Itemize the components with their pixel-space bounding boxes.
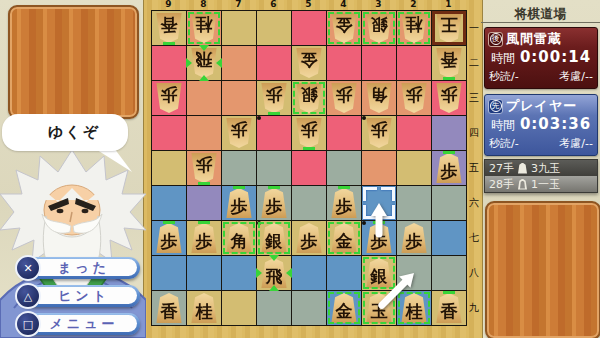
speech-bubble: ゆくぞ bbox=[2, 114, 128, 151]
shogi-piece-歩-sente[interactable]: 歩 bbox=[330, 188, 358, 218]
board-cell-3-1[interactable]: 銀 bbox=[362, 11, 396, 45]
board-cell-1-9[interactable]: 香 bbox=[432, 291, 466, 325]
sente-capture-tray bbox=[485, 201, 600, 338]
board-cell-3-2[interactable] bbox=[362, 46, 396, 80]
board-cell-1-6[interactable] bbox=[432, 186, 466, 220]
board-cell-6-5[interactable] bbox=[257, 151, 291, 185]
board-cell-6-4[interactable] bbox=[257, 116, 291, 150]
board-cell-6-9[interactable] bbox=[257, 291, 291, 325]
shogi-piece-歩-gote[interactable]: 歩 bbox=[330, 83, 358, 113]
shogi-piece-歩-sente[interactable]: 歩 bbox=[225, 188, 253, 218]
rank-labels: 一二三四五六七八九 bbox=[466, 10, 482, 326]
influence-marker bbox=[373, 221, 385, 224]
shogi-piece-飛-sente[interactable]: 飛 bbox=[260, 258, 288, 288]
board-cell-9-2[interactable] bbox=[152, 46, 186, 80]
shogi-piece-角-sente[interactable]: 角 bbox=[225, 223, 253, 253]
board-cell-8-6[interactable] bbox=[187, 186, 221, 220]
board-cell-9-4[interactable] bbox=[152, 116, 186, 150]
move-number: 28手 bbox=[489, 177, 514, 192]
board-cell-6-6[interactable]: 歩 bbox=[257, 186, 291, 220]
shogi-piece-歩-gote[interactable]: 歩 bbox=[155, 83, 183, 113]
shogi-piece-玉-sente[interactable]: 玉 bbox=[365, 293, 393, 323]
gote-player-panel: 後 風間雷蔵 時間 0:00:14 秒読/- 考慮/-- bbox=[484, 27, 598, 89]
sente-player-panel: 先 プレイヤー 時間 0:03:36 秒読/- 考慮/-- bbox=[484, 94, 598, 156]
influence-marker bbox=[443, 77, 455, 80]
board-cell-5-1[interactable] bbox=[292, 11, 326, 45]
sente-time-value: 0:03:36 bbox=[520, 115, 591, 133]
shogi-piece-歩-gote[interactable]: 歩 bbox=[260, 83, 288, 113]
shogi-piece-飛-gote[interactable]: 飛 bbox=[190, 48, 218, 78]
file-label: 3 bbox=[361, 0, 396, 9]
hint-button-label: ヒント bbox=[31, 287, 137, 304]
board-cell-2-6[interactable] bbox=[397, 186, 431, 220]
shogi-piece-桂-gote[interactable]: 桂 bbox=[190, 13, 218, 43]
sente-player-name: プレイヤー bbox=[506, 97, 577, 115]
board-cell-3-9[interactable]: 玉 bbox=[362, 291, 396, 325]
board-cell-7-4[interactable]: 歩 bbox=[222, 116, 256, 150]
sente-consider: 考慮/-- bbox=[559, 136, 593, 152]
shogi-board: 987654321 一二三四五六七八九 香桂金銀桂王飛金香歩歩銀歩角歩歩歩歩歩歩… bbox=[143, 0, 483, 338]
influence-triangle bbox=[186, 58, 192, 68]
shogi-piece-歩-sente[interactable]: 歩 bbox=[260, 188, 288, 218]
board-cell-3-8[interactable]: 銀 bbox=[362, 256, 396, 290]
board-cell-8-1[interactable]: 桂 bbox=[187, 11, 221, 45]
shogi-piece-角-gote[interactable]: 角 bbox=[365, 83, 393, 113]
rank-label: 三 bbox=[466, 80, 482, 115]
board-cell-9-8[interactable] bbox=[152, 256, 186, 290]
board-cell-1-2[interactable]: 香 bbox=[432, 46, 466, 80]
selection-cursor bbox=[363, 187, 377, 201]
board-cell-7-7[interactable]: 角 bbox=[222, 221, 256, 255]
app-title: 将棋道場 bbox=[481, 4, 600, 23]
gote-time-value: 0:00:14 bbox=[520, 48, 591, 66]
board-cell-4-2[interactable] bbox=[327, 46, 361, 80]
file-label: 1 bbox=[431, 0, 466, 9]
board-cell-5-2[interactable]: 金 bbox=[292, 46, 326, 80]
board-cell-4-9[interactable]: 金 bbox=[327, 291, 361, 325]
gote-consider: 考慮/-- bbox=[559, 69, 593, 85]
shogi-piece-歩-sente[interactable]: 歩 bbox=[295, 223, 323, 253]
board-cell-4-4[interactable] bbox=[327, 116, 361, 150]
shogi-piece-銀-sente[interactable]: 銀 bbox=[365, 258, 393, 288]
shogi-piece-歩-gote[interactable]: 歩 bbox=[435, 83, 463, 113]
shogi-piece-桂-sente[interactable]: 桂 bbox=[190, 293, 218, 323]
shogi-piece-歩-sente[interactable]: 歩 bbox=[400, 223, 428, 253]
influence-triangle bbox=[286, 268, 292, 278]
influence-marker bbox=[163, 42, 175, 45]
undo-button-label: まった bbox=[31, 259, 137, 276]
selection-cursor bbox=[381, 205, 395, 219]
speech-bubble-tail bbox=[86, 148, 138, 176]
influence-marker bbox=[443, 151, 455, 154]
move-text: 3九玉 bbox=[531, 161, 560, 176]
board-cell-3-3[interactable]: 角 bbox=[362, 81, 396, 115]
undo-button[interactable]: まった ✕ bbox=[18, 257, 140, 279]
shogi-piece-銀-sente[interactable]: 銀 bbox=[260, 223, 288, 253]
board-cell-5-7[interactable]: 歩 bbox=[292, 221, 326, 255]
board-cell-9-7[interactable]: 歩 bbox=[152, 221, 186, 255]
shogi-piece-歩-gote[interactable]: 歩 bbox=[295, 118, 323, 148]
file-label: 2 bbox=[396, 0, 431, 9]
board-cell-3-7[interactable]: 歩 bbox=[362, 221, 396, 255]
board-cell-1-5[interactable]: 歩 bbox=[432, 151, 466, 185]
gote-byoyomi: 秒読/- bbox=[489, 69, 519, 85]
sente-byoyomi: 秒読/- bbox=[489, 136, 519, 152]
board-cell-9-3[interactable]: 歩 bbox=[152, 81, 186, 115]
board-cell-1-4[interactable] bbox=[432, 116, 466, 150]
file-label: 8 bbox=[186, 0, 221, 9]
board-cell-7-3[interactable] bbox=[222, 81, 256, 115]
board-cell-4-6[interactable]: 歩 bbox=[327, 186, 361, 220]
shogi-piece-桂-sente[interactable]: 桂 bbox=[400, 293, 428, 323]
board-cell-4-7[interactable]: 金 bbox=[327, 221, 361, 255]
move-history: 27手 3九玉 28手 1一玉 bbox=[484, 159, 598, 193]
opponent-character-portrait bbox=[0, 150, 146, 338]
shogi-piece-桂-gote[interactable]: 桂 bbox=[400, 13, 428, 43]
shogi-piece-金-sente[interactable]: 金 bbox=[330, 293, 358, 323]
board-cell-7-9[interactable] bbox=[222, 291, 256, 325]
shogi-piece-香-gote[interactable]: 香 bbox=[435, 48, 463, 78]
rank-label: 二 bbox=[466, 45, 482, 80]
file-label: 7 bbox=[221, 0, 256, 9]
board-cell-8-9[interactable]: 桂 bbox=[187, 291, 221, 325]
star-point bbox=[257, 116, 261, 120]
board-cell-4-1[interactable]: 金 bbox=[327, 11, 361, 45]
file-label: 9 bbox=[151, 0, 186, 9]
influence-triangle bbox=[199, 75, 209, 81]
board-cell-5-5[interactable] bbox=[292, 151, 326, 185]
rank-label: 六 bbox=[466, 185, 482, 220]
move-history-row[interactable]: 27手 3九玉 bbox=[485, 160, 597, 176]
shogi-piece-歩-gote[interactable]: 歩 bbox=[225, 118, 253, 148]
star-point bbox=[362, 116, 366, 120]
shogi-piece-銀-gote[interactable]: 銀 bbox=[365, 13, 393, 43]
board-cell-9-5[interactable] bbox=[152, 151, 186, 185]
board-cell-9-1[interactable]: 香 bbox=[152, 11, 186, 45]
board-cell-1-7[interactable] bbox=[432, 221, 466, 255]
board-cell-7-2[interactable] bbox=[222, 46, 256, 80]
influence-marker bbox=[268, 186, 280, 189]
rank-label: 一 bbox=[466, 10, 482, 45]
influence-marker bbox=[443, 291, 455, 294]
sente-badge: 先 bbox=[488, 99, 503, 114]
file-label: 4 bbox=[326, 0, 361, 9]
shogi-piece-歩-gote[interactable]: 歩 bbox=[365, 118, 393, 148]
influence-triangle bbox=[269, 255, 279, 261]
board-cell-6-3[interactable]: 歩 bbox=[257, 81, 291, 115]
rank-label: 八 bbox=[466, 255, 482, 290]
move-history-row[interactable]: 28手 1一玉 bbox=[485, 176, 597, 192]
shogi-piece-歩-gote[interactable]: 歩 bbox=[400, 83, 428, 113]
gote-capture-tray bbox=[8, 5, 139, 119]
file-label: 6 bbox=[256, 0, 291, 9]
move-number: 27手 bbox=[489, 161, 514, 176]
board-cell-8-4[interactable] bbox=[187, 116, 221, 150]
influence-marker bbox=[233, 186, 245, 189]
hint-button[interactable]: ヒント △ bbox=[18, 285, 140, 307]
board-cell-6-1[interactable] bbox=[257, 11, 291, 45]
rank-label: 四 bbox=[466, 115, 482, 150]
board-cell-2-2[interactable] bbox=[397, 46, 431, 80]
influence-marker bbox=[163, 221, 175, 224]
board-cell-7-6[interactable]: 歩 bbox=[222, 186, 256, 220]
rank-label: 九 bbox=[466, 290, 482, 325]
board-cell-2-9[interactable]: 桂 bbox=[397, 291, 431, 325]
board-cell-6-7[interactable]: 銀 bbox=[257, 221, 291, 255]
sente-piece-icon bbox=[518, 163, 527, 174]
menu-button[interactable]: メニュー □ bbox=[18, 313, 140, 335]
shogi-piece-歩-sente[interactable]: 歩 bbox=[435, 153, 463, 183]
gote-time-label: 時間 bbox=[491, 50, 515, 67]
board-cell-2-8[interactable] bbox=[397, 256, 431, 290]
selection-cursor bbox=[381, 187, 395, 201]
board-cell-9-9[interactable]: 香 bbox=[152, 291, 186, 325]
speech-text: ゆくぞ bbox=[30, 123, 100, 142]
influence-triangle bbox=[199, 45, 209, 51]
file-labels: 987654321 bbox=[151, 0, 467, 10]
board-cell-7-1[interactable] bbox=[222, 11, 256, 45]
board-cell-7-5[interactable] bbox=[222, 151, 256, 185]
board-cell-1-8[interactable] bbox=[432, 256, 466, 290]
board-cell-1-1[interactable]: 王 bbox=[432, 11, 466, 45]
board-cell-5-4[interactable]: 歩 bbox=[292, 116, 326, 150]
board-cell-2-4[interactable] bbox=[397, 116, 431, 150]
influence-marker bbox=[303, 147, 315, 150]
shogi-piece-香-sente[interactable]: 香 bbox=[435, 293, 463, 323]
shogi-piece-金-gote[interactable]: 金 bbox=[295, 48, 323, 78]
shogi-piece-金-sente[interactable]: 金 bbox=[330, 223, 358, 253]
board-cell-3-6[interactable] bbox=[362, 186, 396, 220]
board-cell-2-5[interactable] bbox=[397, 151, 431, 185]
cross-button-icon: ✕ bbox=[15, 255, 41, 281]
board-cell-7-8[interactable] bbox=[222, 256, 256, 290]
shogi-piece-香-gote[interactable]: 香 bbox=[155, 13, 183, 43]
influence-marker bbox=[268, 112, 280, 115]
board-cell-6-8[interactable]: 飛 bbox=[257, 256, 291, 290]
shogi-piece-歩-sente[interactable]: 歩 bbox=[155, 223, 183, 253]
gote-badge: 後 bbox=[488, 32, 503, 47]
board-cell-3-4[interactable]: 歩 bbox=[362, 116, 396, 150]
board-cell-5-9[interactable] bbox=[292, 291, 326, 325]
board-cell-6-2[interactable] bbox=[257, 46, 291, 80]
board-cell-4-5[interactable] bbox=[327, 151, 361, 185]
menu-button-label: メニュー bbox=[31, 315, 137, 332]
sente-time-label: 時間 bbox=[491, 117, 515, 134]
influence-marker bbox=[198, 221, 210, 224]
star-point bbox=[257, 221, 261, 225]
board-cell-2-7[interactable]: 歩 bbox=[397, 221, 431, 255]
shogi-piece-歩-sente[interactable]: 歩 bbox=[365, 223, 393, 253]
board-cell-8-8[interactable] bbox=[187, 256, 221, 290]
square-button-icon: □ bbox=[15, 311, 41, 337]
board-cell-2-3[interactable]: 歩 bbox=[397, 81, 431, 115]
influence-marker bbox=[198, 182, 210, 185]
board-cell-5-6[interactable] bbox=[292, 186, 326, 220]
shogi-piece-金-gote[interactable]: 金 bbox=[330, 13, 358, 43]
board-cell-4-3[interactable]: 歩 bbox=[327, 81, 361, 115]
move-text: 1一玉 bbox=[531, 177, 560, 192]
board-cell-8-5[interactable]: 歩 bbox=[187, 151, 221, 185]
board-cell-4-8[interactable] bbox=[327, 256, 361, 290]
star-point bbox=[362, 221, 366, 225]
board-cell-1-3[interactable]: 歩 bbox=[432, 81, 466, 115]
rank-label: 七 bbox=[466, 220, 482, 255]
file-label: 5 bbox=[291, 0, 326, 9]
shogi-piece-銀-gote[interactable]: 銀 bbox=[295, 83, 323, 113]
shogi-game-screen: ゆくぞ まった ✕ ヒント △ メニュー □ 987654321 一二三四五六七… bbox=[0, 0, 600, 338]
board-cell-5-3[interactable]: 銀 bbox=[292, 81, 326, 115]
triangle-button-icon: △ bbox=[15, 283, 41, 309]
board-cell-5-8[interactable] bbox=[292, 256, 326, 290]
shogi-piece-歩-gote[interactable]: 歩 bbox=[190, 153, 218, 183]
board-cell-8-2[interactable]: 飛 bbox=[187, 46, 221, 80]
board-cell-3-5[interactable] bbox=[362, 151, 396, 185]
rank-label: 五 bbox=[466, 150, 482, 185]
influence-triangle bbox=[269, 285, 279, 291]
shogi-piece-歩-sente[interactable]: 歩 bbox=[190, 223, 218, 253]
board-cell-8-7[interactable]: 歩 bbox=[187, 221, 221, 255]
board-cell-8-3[interactable] bbox=[187, 81, 221, 115]
influence-triangle bbox=[216, 58, 222, 68]
gote-piece-icon bbox=[518, 179, 527, 190]
gote-player-name: 風間雷蔵 bbox=[506, 30, 562, 48]
selection-cursor bbox=[363, 205, 377, 219]
shogi-piece-香-sente[interactable]: 香 bbox=[155, 293, 183, 323]
shogi-piece-王-gote[interactable]: 王 bbox=[435, 13, 463, 43]
influence-marker bbox=[338, 186, 350, 189]
board-grid: 香桂金銀桂王飛金香歩歩銀歩角歩歩歩歩歩歩歩歩歩歩歩歩角銀歩金歩歩飛銀香桂金玉桂香 bbox=[151, 10, 467, 326]
board-cell-2-1[interactable]: 桂 bbox=[397, 11, 431, 45]
influence-triangle bbox=[256, 268, 262, 278]
board-cell-9-6[interactable] bbox=[152, 186, 186, 220]
